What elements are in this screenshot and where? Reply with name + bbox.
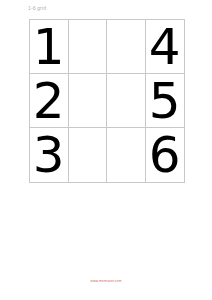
cell-number: 5 <box>149 76 181 126</box>
grid-cell-r1-c2 <box>69 20 108 74</box>
grid-cell-r2-c1: 2 <box>30 74 69 128</box>
worksheet-page: 1-6 grid 142536 www.memozor.com <box>0 0 212 300</box>
cell-number: 3 <box>33 130 65 180</box>
cell-number: 2 <box>33 76 65 126</box>
cell-number: 1 <box>33 22 65 72</box>
page-caption: 1-6 grid <box>28 7 46 12</box>
grid-cell-r2-c3 <box>107 74 146 128</box>
grid-cell-r3-c1: 3 <box>30 128 69 182</box>
cell-number: 4 <box>149 22 181 72</box>
grid-cell-r3-c3 <box>107 128 146 182</box>
grid-cell-r2-c4: 5 <box>146 74 185 128</box>
grid-cell-r2-c2 <box>69 74 108 128</box>
cell-number: 6 <box>149 130 181 180</box>
grid-cell-r1-c1: 1 <box>30 20 69 74</box>
footer-url: www.memozor.com <box>64 280 149 283</box>
grid-cell-r3-c2 <box>69 128 108 182</box>
number-grid: 142536 <box>29 19 185 183</box>
grid-cell-r1-c3 <box>107 20 146 74</box>
grid-cell-r1-c4: 4 <box>146 20 185 74</box>
grid-cell-r3-c4: 6 <box>146 128 185 182</box>
